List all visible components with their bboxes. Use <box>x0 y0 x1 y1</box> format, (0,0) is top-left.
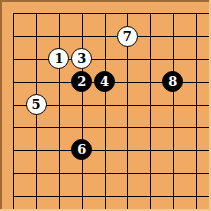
board-edge-bottom <box>0 209 211 211</box>
stone-white-7: 7 <box>117 26 138 47</box>
board-edge-left <box>0 0 2 211</box>
stone-black-4: 4 <box>94 71 115 92</box>
go-board: 12345678 <box>0 0 211 211</box>
board-edge-top <box>0 0 211 2</box>
board-edge-right <box>209 0 211 211</box>
stone-white-3: 3 <box>71 48 92 69</box>
stone-white-1: 1 <box>48 48 69 69</box>
stones-layer: 12345678 <box>2 2 207 207</box>
stone-black-2: 2 <box>71 71 92 92</box>
stone-white-5: 5 <box>26 94 47 115</box>
stone-black-6: 6 <box>71 139 92 160</box>
stone-black-8: 8 <box>162 71 183 92</box>
